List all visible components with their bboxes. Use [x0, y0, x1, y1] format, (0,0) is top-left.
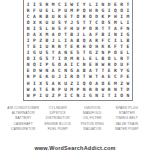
word-list-column: AIR CONDITIONERALTERNATORBATTERYCAMSHAFT… — [6, 106, 41, 132]
word-item: RADIATOR — [83, 127, 101, 132]
grid-cell[interactable]: N — [125, 93, 131, 99]
letter-grid: IISRMCIWCYLINDERTRFUELPUMPQHRGIQOICARBUR… — [25, 2, 131, 99]
word-item: WATER PUMP — [115, 127, 139, 132]
puzzle-board: IISRMCIWCYLINDERTRFUELPUMPQHRGIQOICARBUR… — [23, 0, 133, 101]
word-item: FUEL PUMP — [48, 127, 68, 132]
word-list-column: CYLINDERDIPSTICKDISTRIBUTORENGINE BLOCKF… — [41, 106, 76, 132]
word-item: CARBURETOR — [11, 127, 36, 132]
word-list-column: IGNITIONMANIFOLDOIL FILTERPISTON RINGRAD… — [75, 106, 110, 132]
site-url-link[interactable]: www.WordSearchAddict.com — [34, 145, 115, 150]
word-list-column: SPARK PLUGSTARTERTIMING BELTVALVE TRAINW… — [110, 106, 145, 132]
word-list: AIR CONDITIONERALTERNATORBATTERYCAMSHAFT… — [6, 106, 144, 132]
footer: www.WordSearchAddict.com — [0, 136, 150, 150]
